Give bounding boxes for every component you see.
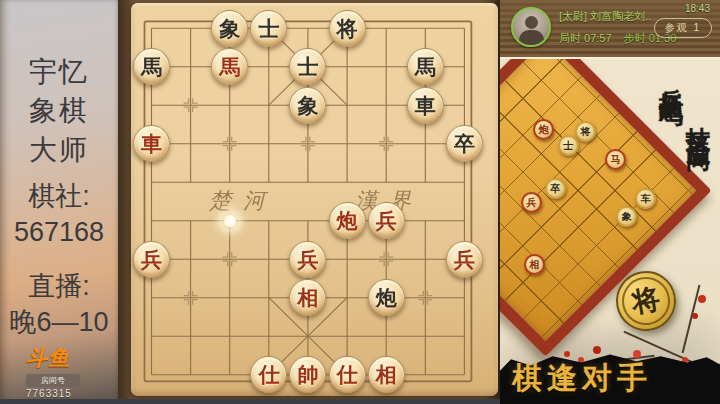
live-label: 直播: bbox=[0, 268, 118, 304]
piece-black-士-f5r2[interactable]: 士 bbox=[289, 48, 326, 85]
opponent-info-bar: [太尉] 刘富陶老刘.. 局时 07:57 步时 01:30 18:43 参观 … bbox=[500, 0, 720, 57]
piece-black-将-f6r1[interactable]: 将 bbox=[329, 10, 366, 47]
piece-red-相-f5r8[interactable]: 相 bbox=[289, 279, 326, 316]
board-grid: 象士将馬馬士馬象車車卒炮兵兵兵兵相炮仕帥仕相 bbox=[132, 9, 484, 394]
live-schedule: 直播: 晚6—10 bbox=[0, 268, 118, 340]
title-line-2: 象棋 bbox=[0, 91, 118, 130]
plum-blossoms bbox=[564, 351, 570, 357]
title-line-1: 宇忆 bbox=[0, 52, 118, 91]
deco-piece-相: 相 bbox=[524, 254, 545, 275]
streamer-title: 宇忆 象棋 大师 bbox=[0, 52, 118, 169]
xiangqi-board-area: 楚河 漢界 象士将馬馬士馬象車車卒炮兵兵兵兵相炮仕帥仕相 bbox=[118, 0, 500, 404]
club-number: 567168 bbox=[0, 214, 118, 250]
piece-black-象-f5r3[interactable]: 象 bbox=[289, 87, 326, 124]
piece-red-兵-f9r7[interactable]: 兵 bbox=[446, 241, 483, 278]
piece-red-帥-f5r10[interactable]: 帥 bbox=[289, 356, 326, 393]
piece-red-馬-f3r2[interactable]: 馬 bbox=[211, 48, 248, 85]
platform-watermark: 斗鱼 房间号 7763315 bbox=[26, 344, 106, 399]
piece-black-卒-f9r4[interactable]: 卒 bbox=[446, 125, 483, 162]
piece-red-仕-f6r10[interactable]: 仕 bbox=[329, 356, 366, 393]
room-label: 房间号 bbox=[26, 374, 80, 387]
deco-piece-炮: 炮 bbox=[533, 119, 554, 140]
opponent-avatar[interactable] bbox=[511, 7, 551, 47]
deco-piece-兵: 兵 bbox=[521, 192, 542, 213]
deco-piece-士: 士 bbox=[558, 135, 579, 156]
stream-frame: 宇忆 象棋 大师 棋社: 567168 直播: 晚6—10 斗鱼 房间号 776… bbox=[0, 0, 720, 404]
piece-red-兵-f5r7[interactable]: 兵 bbox=[289, 241, 326, 278]
calligraphy-column-1: 兵挺炮鸣 bbox=[655, 69, 687, 89]
live-time: 晚6—10 bbox=[0, 304, 118, 340]
piece-black-馬-f8r2[interactable]: 馬 bbox=[407, 48, 444, 85]
piece-black-士-f4r1[interactable]: 士 bbox=[250, 10, 287, 47]
bottom-edge-strip bbox=[0, 399, 500, 404]
title-line-3: 大师 bbox=[0, 130, 118, 169]
spectators-button[interactable]: 参观 1 bbox=[654, 18, 712, 38]
piece-red-仕-f4r10[interactable]: 仕 bbox=[250, 356, 287, 393]
room-number: 7763315 bbox=[26, 388, 106, 399]
deco-piece-马: 马 bbox=[605, 149, 626, 170]
piece-black-車-f8r3[interactable]: 車 bbox=[407, 87, 444, 124]
deco-piece-将: 将 bbox=[575, 121, 596, 142]
piece-red-兵-f1r7[interactable]: 兵 bbox=[133, 241, 170, 278]
piece-black-象-f3r1[interactable]: 象 bbox=[211, 10, 248, 47]
game-time: 局时 07:57 bbox=[559, 32, 612, 44]
deco-piece-象: 象 bbox=[616, 206, 637, 227]
stream-clock: 18:43 bbox=[685, 3, 710, 14]
calligraphy-column-2: 技艺盖世间 bbox=[682, 107, 714, 132]
piece-red-兵-f7r6[interactable]: 兵 bbox=[368, 202, 405, 239]
last-move-glow bbox=[222, 213, 238, 229]
banner-text: 棋逢对手 bbox=[512, 358, 652, 399]
piece-red-相-f7r10[interactable]: 相 bbox=[368, 356, 405, 393]
piece-black-炮-f7r8[interactable]: 炮 bbox=[368, 279, 405, 316]
piece-red-車-f1r4[interactable]: 車 bbox=[133, 125, 170, 162]
deco-panel: 兵挺炮鸣 技艺盖世间 将 棋逢对手 炮将士马卒兵车象相 bbox=[500, 57, 720, 404]
club-info: 棋社: 567168 bbox=[0, 178, 118, 250]
spectators-count: 1 bbox=[693, 22, 701, 33]
deco-piece-卒: 卒 bbox=[545, 178, 566, 199]
deco-piece-车: 车 bbox=[635, 188, 656, 209]
streamer-sidebar: 宇忆 象棋 大师 棋社: 567168 直播: 晚6—10 斗鱼 房间号 776… bbox=[0, 0, 118, 404]
douyu-logo: 斗鱼 bbox=[26, 344, 106, 372]
piece-black-馬-f1r2[interactable]: 馬 bbox=[133, 48, 170, 85]
club-label: 棋社: bbox=[0, 178, 118, 214]
spectators-label: 参观 bbox=[665, 22, 689, 33]
piece-red-炮-f6r6[interactable]: 炮 bbox=[329, 202, 366, 239]
